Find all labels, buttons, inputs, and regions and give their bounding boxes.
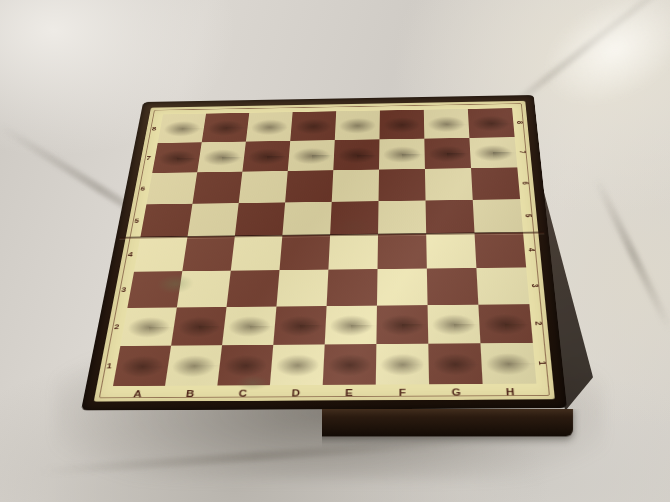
square-b7[interactable] xyxy=(197,142,246,173)
square-b6[interactable] xyxy=(192,172,242,204)
piece-finial xyxy=(345,271,355,281)
cloth-fold-highlight xyxy=(526,0,670,127)
cloth-crease xyxy=(592,176,670,332)
square-a8[interactable] xyxy=(158,114,206,143)
square-h7[interactable] xyxy=(469,137,517,168)
piece-finial xyxy=(399,291,406,298)
rank-label-left-5: 5 xyxy=(134,217,140,224)
square-f8[interactable] xyxy=(379,110,424,140)
square-e5[interactable] xyxy=(330,201,378,235)
rank-label-right-6: 6 xyxy=(521,181,531,184)
rank-label-right-5: 5 xyxy=(523,214,533,217)
square-a5[interactable] xyxy=(140,204,192,238)
scene: ABCDEFGH 87654321 87654321 ♜♞♝♛♚♝♞♜♟♟♟♟♟… xyxy=(123,30,537,444)
rank-label-left-8: 8 xyxy=(151,126,156,132)
rank-label-left-7: 7 xyxy=(146,155,152,161)
square-g8[interactable] xyxy=(424,109,470,139)
square-b8[interactable] xyxy=(202,113,250,142)
photo-background: ABCDEFGH 87654321 87654321 ♜♞♝♛♚♝♞♜♟♟♟♟♟… xyxy=(0,0,670,502)
square-d8[interactable] xyxy=(290,111,336,141)
chess-board: ABCDEFGH 87654321 87654321 ♜♞♝♛♚♝♞♜♟♟♟♟♟… xyxy=(94,101,555,402)
square-c7[interactable] xyxy=(242,141,290,172)
square-e7[interactable] xyxy=(333,139,379,170)
square-d6[interactable] xyxy=(285,170,333,202)
square-h6[interactable] xyxy=(471,167,520,199)
square-f7[interactable] xyxy=(379,139,425,170)
square-e8[interactable] xyxy=(335,111,380,141)
white-rook-glyph: ♜ xyxy=(471,286,546,370)
square-c5[interactable] xyxy=(235,202,285,236)
square-e6[interactable] xyxy=(332,170,379,202)
square-g7[interactable] xyxy=(424,138,471,169)
square-d7[interactable] xyxy=(288,140,335,171)
board-front-edge xyxy=(70,406,573,436)
rank-label-left-6: 6 xyxy=(140,185,146,192)
square-a7[interactable] xyxy=(152,142,202,173)
square-g6[interactable] xyxy=(425,168,473,200)
square-c6[interactable] xyxy=(239,171,288,203)
piece-finial xyxy=(353,47,361,55)
square-h8[interactable] xyxy=(468,108,515,138)
square-c8[interactable] xyxy=(246,112,293,142)
square-f5[interactable] xyxy=(378,200,426,234)
piece-finial xyxy=(399,63,405,69)
square-a6[interactable] xyxy=(146,172,197,204)
rank-label-right-8: 8 xyxy=(515,121,525,124)
square-d5[interactable] xyxy=(282,202,331,236)
square-f6[interactable] xyxy=(379,169,426,201)
square-b5[interactable] xyxy=(188,203,239,237)
rank-label-right-7: 7 xyxy=(518,150,528,153)
